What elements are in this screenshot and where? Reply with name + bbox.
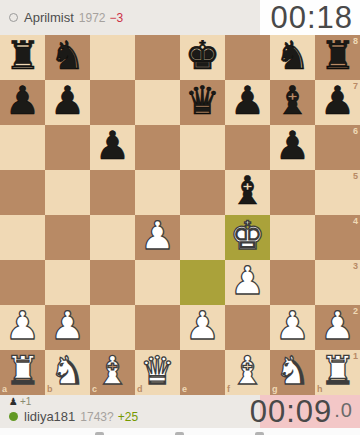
square-a7[interactable]: ♟ (0, 80, 45, 125)
square-b2[interactable]: ♟ (45, 305, 90, 350)
square-a8[interactable]: ♜ (0, 35, 45, 80)
chess-board[interactable]: ♜♞♚♞♜8♟♟♛♟♝♟7♟♟6♝5♟♚4♟3♟♟♟♟♟2♜a♞b♝c♛de♝f… (0, 35, 360, 395)
black-pawn[interactable]: ♟ (95, 126, 130, 165)
square-f1[interactable]: ♝f (225, 350, 270, 395)
white-pawn[interactable]: ♟ (275, 306, 310, 345)
square-b6[interactable] (45, 125, 90, 170)
square-c8[interactable] (90, 35, 135, 80)
square-g8[interactable]: ♞ (270, 35, 315, 80)
rank-label-5: 5 (353, 171, 358, 181)
bottom-clock-tenths: .0 (334, 399, 353, 424)
square-b3[interactable] (45, 260, 90, 305)
square-f3[interactable]: ♟ (225, 260, 270, 305)
square-d8[interactable] (135, 35, 180, 80)
square-c6[interactable]: ♟ (90, 125, 135, 170)
square-c1[interactable]: ♝c (90, 350, 135, 395)
square-g6[interactable]: ♟ (270, 125, 315, 170)
square-c5[interactable] (90, 170, 135, 215)
square-h4[interactable]: 4 (315, 215, 360, 260)
white-knight[interactable]: ♞ (275, 351, 310, 390)
square-c7[interactable] (90, 80, 135, 125)
square-b5[interactable] (45, 170, 90, 215)
white-rook[interactable]: ♜ (5, 351, 40, 390)
square-d7[interactable] (135, 80, 180, 125)
white-rook[interactable]: ♜ (320, 351, 355, 390)
square-f4[interactable]: ♚ (225, 215, 270, 260)
top-player-clock: 00:18 (260, 0, 360, 35)
square-f8[interactable] (225, 35, 270, 80)
square-a6[interactable] (0, 125, 45, 170)
square-g5[interactable] (270, 170, 315, 215)
square-f2[interactable] (225, 305, 270, 350)
square-b4[interactable] (45, 215, 90, 260)
bottom-player-name[interactable]: lidiya181 (24, 409, 75, 424)
square-h2[interactable]: ♟2 (315, 305, 360, 350)
bottom-player-rating-diff: +25 (118, 410, 138, 424)
material-advantage-value: +1 (20, 396, 31, 407)
square-h8[interactable]: ♜8 (315, 35, 360, 80)
white-pawn[interactable]: ♟ (185, 306, 220, 345)
square-a2[interactable]: ♟ (0, 305, 45, 350)
square-h7[interactable]: ♟7 (315, 80, 360, 125)
white-king[interactable]: ♚ (230, 216, 265, 255)
square-g3[interactable] (270, 260, 315, 305)
square-h3[interactable]: 3 (315, 260, 360, 305)
square-e3[interactable] (180, 260, 225, 305)
file-label-e: e (182, 384, 187, 394)
black-rook[interactable]: ♜ (5, 36, 40, 75)
square-a4[interactable] (0, 215, 45, 260)
square-e4[interactable] (180, 215, 225, 260)
square-f5[interactable]: ♝ (225, 170, 270, 215)
bottom-clock-main: 00:09 (250, 394, 333, 430)
square-d5[interactable] (135, 170, 180, 215)
white-pawn[interactable]: ♟ (5, 306, 40, 345)
black-rook[interactable]: ♜ (320, 36, 355, 75)
square-c2[interactable] (90, 305, 135, 350)
white-knight[interactable]: ♞ (50, 351, 85, 390)
black-queen[interactable]: ♛ (185, 81, 220, 120)
square-c3[interactable] (90, 260, 135, 305)
square-e6[interactable] (180, 125, 225, 170)
top-player-bar: Aprilmist 1972 −3 00:18 (0, 0, 360, 35)
captured-pawn-icon: ♟ (9, 396, 18, 407)
white-bishop[interactable]: ♝ (95, 351, 130, 390)
top-player-rating-diff: −3 (110, 11, 124, 25)
square-e5[interactable] (180, 170, 225, 215)
square-d4[interactable]: ♟ (135, 215, 180, 260)
white-pawn[interactable]: ♟ (230, 261, 265, 300)
square-e7[interactable]: ♛ (180, 80, 225, 125)
square-d6[interactable] (135, 125, 180, 170)
black-bishop[interactable]: ♝ (230, 171, 265, 210)
square-e1[interactable]: e (180, 350, 225, 395)
square-b1[interactable]: ♞b (45, 350, 90, 395)
square-d2[interactable] (135, 305, 180, 350)
square-h6[interactable]: 6 (315, 125, 360, 170)
black-pawn[interactable]: ♟ (50, 81, 85, 120)
rank-label-3: 3 (353, 261, 358, 271)
square-h5[interactable]: 5 (315, 170, 360, 215)
bottom-player-rating: 1743? (80, 410, 113, 424)
square-e2[interactable]: ♟ (180, 305, 225, 350)
offline-status-icon (9, 13, 18, 22)
square-g1[interactable]: ♞g (270, 350, 315, 395)
square-b7[interactable]: ♟ (45, 80, 90, 125)
white-pawn[interactable]: ♟ (50, 306, 85, 345)
square-d3[interactable] (135, 260, 180, 305)
white-pawn[interactable]: ♟ (320, 306, 355, 345)
material-advantage: ♟ +1 (9, 396, 31, 407)
black-knight[interactable]: ♞ (275, 36, 310, 75)
square-e8[interactable]: ♚ (180, 35, 225, 80)
square-d1[interactable]: ♛d (135, 350, 180, 395)
square-a1[interactable]: ♜a (0, 350, 45, 395)
black-pawn[interactable]: ♟ (275, 126, 310, 165)
top-player-name[interactable]: Aprilmist (24, 10, 74, 25)
rank-label-6: 6 (353, 126, 358, 136)
square-g7[interactable]: ♝ (270, 80, 315, 125)
square-g2[interactable]: ♟ (270, 305, 315, 350)
bottom-player-clock: 00:09 .0 (260, 395, 360, 428)
bottom-strip (0, 428, 360, 435)
square-a5[interactable] (0, 170, 45, 215)
square-f7[interactable]: ♟ (225, 80, 270, 125)
square-h1[interactable]: ♜h1 (315, 350, 360, 395)
square-b8[interactable]: ♞ (45, 35, 90, 80)
black-bishop[interactable]: ♝ (275, 81, 310, 120)
rank-label-4: 4 (353, 216, 358, 226)
online-status-icon (9, 412, 18, 421)
black-king[interactable]: ♚ (185, 36, 220, 75)
white-queen[interactable]: ♛ (140, 351, 175, 390)
white-bishop[interactable]: ♝ (230, 351, 265, 390)
black-knight[interactable]: ♞ (50, 36, 85, 75)
black-pawn[interactable]: ♟ (320, 81, 355, 120)
black-pawn[interactable]: ♟ (5, 81, 40, 120)
white-pawn[interactable]: ♟ (140, 216, 175, 255)
black-pawn[interactable]: ♟ (230, 81, 265, 120)
square-c4[interactable] (90, 215, 135, 260)
bottom-player-row: lidiya181 1743? +25 (9, 409, 138, 424)
square-f6[interactable] (225, 125, 270, 170)
top-player-rating: 1972 (79, 11, 106, 25)
square-g4[interactable] (270, 215, 315, 260)
square-a3[interactable] (0, 260, 45, 305)
bottom-player-bar: ♟ +1 lidiya181 1743? +25 00:09 .0 (0, 395, 360, 428)
